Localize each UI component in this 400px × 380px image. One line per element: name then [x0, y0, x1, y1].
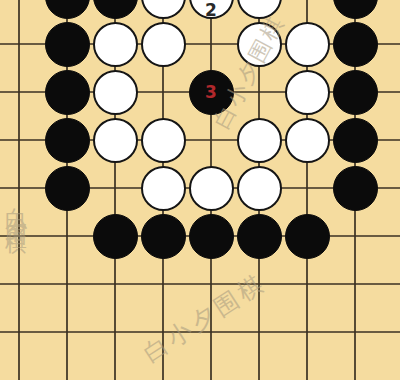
stone-white — [285, 22, 330, 67]
go-board[interactable]: 23 白小夕围棋 白小夕围棋 白小夕围棋 白小夕围棋 — [0, 0, 400, 380]
stone-white — [189, 166, 234, 211]
stone-white — [93, 118, 138, 163]
stone-black — [237, 214, 282, 259]
stone-white — [237, 166, 282, 211]
stone-black — [45, 118, 90, 163]
stone-black — [141, 214, 186, 259]
stone-black: 3 — [189, 70, 234, 115]
stone-black — [333, 166, 378, 211]
stone-white — [285, 70, 330, 115]
stone-black — [285, 214, 330, 259]
stone-white — [237, 22, 282, 67]
move-number-label: 3 — [205, 84, 217, 101]
stone-white — [141, 118, 186, 163]
stone-white — [93, 22, 138, 67]
stone-black — [333, 22, 378, 67]
stone-black — [45, 70, 90, 115]
stone-white — [93, 70, 138, 115]
stone-white — [141, 22, 186, 67]
stone-black — [45, 22, 90, 67]
stone-white — [237, 118, 282, 163]
stone-white — [141, 166, 186, 211]
stone-black — [189, 214, 234, 259]
move-number-label: 2 — [205, 2, 217, 19]
stone-black — [333, 118, 378, 163]
stone-white — [285, 118, 330, 163]
stone-black — [333, 70, 378, 115]
stone-black — [45, 166, 90, 211]
stone-black — [93, 214, 138, 259]
